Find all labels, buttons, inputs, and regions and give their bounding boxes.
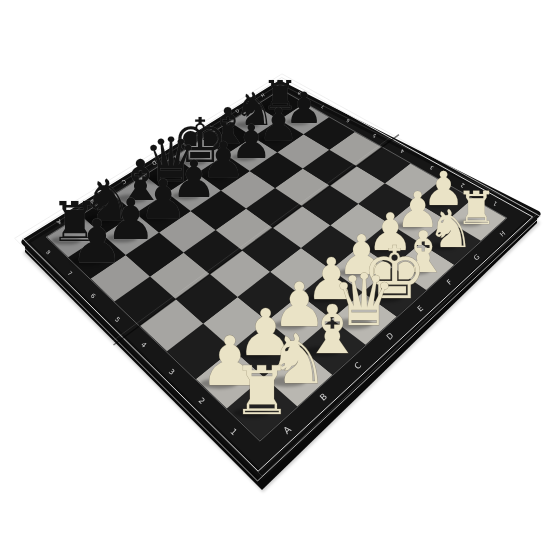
- piece-white-rook-a1: ♜: [232, 352, 292, 430]
- chess-set-photo: A1A1B2B2C3C3D4D4E5E5F6F6G7G7H8H8♜♟♞♟♝♟♚♟…: [0, 0, 560, 560]
- piece-black-pawn-a7: ♟: [70, 207, 123, 276]
- chess-board: A1A1B2B2C3C3D4D4E5E5F6F6G7G7H8H8♜♟♞♟♝♟♚♟…: [0, 0, 560, 560]
